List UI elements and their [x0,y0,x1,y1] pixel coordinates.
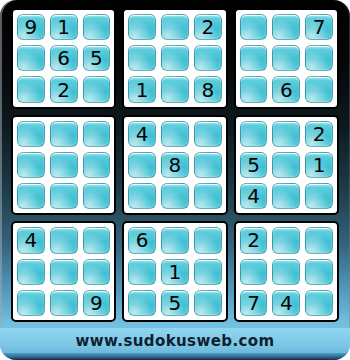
cell-r2-c8[interactable] [272,45,300,71]
cell-r8-c6[interactable] [194,259,222,285]
sudoku-frame: 916522187648251449615274 www.sudokusweb.… [0,0,350,360]
cell-r7-c6[interactable] [194,227,222,253]
cell-r1-c9[interactable]: 7 [305,14,333,40]
cell-r9-c4[interactable] [128,290,156,316]
cell-r6-c5[interactable] [161,183,189,209]
cell-r2-c4[interactable] [128,45,156,71]
cell-r5-c3[interactable] [83,152,111,178]
cell-r3-c7[interactable] [240,76,268,102]
cell-r8-c1[interactable] [17,259,45,285]
cell-r3-c5[interactable] [161,76,189,102]
cell-r6-c3[interactable] [83,183,111,209]
cell-r4-c2[interactable] [50,121,78,147]
cell-r1-c4[interactable] [128,14,156,40]
cell-r6-c7[interactable]: 4 [240,183,268,209]
cell-r8-c9[interactable] [305,259,333,285]
cell-r4-c3[interactable] [83,121,111,147]
cell-r8-c5[interactable]: 1 [161,259,189,285]
cell-r2-c9[interactable] [305,45,333,71]
box-2-1 [11,115,116,216]
cell-r8-c4[interactable] [128,259,156,285]
box-3-1: 49 [11,221,116,322]
cell-r8-c2[interactable] [50,259,78,285]
cell-r6-c9[interactable] [305,183,333,209]
cell-r9-c5[interactable]: 5 [161,290,189,316]
cell-r1-c8[interactable] [272,14,300,40]
cell-r3-c4[interactable]: 1 [128,76,156,102]
cell-r5-c4[interactable] [128,152,156,178]
box-3-3: 274 [234,221,339,322]
cell-r9-c3[interactable]: 9 [83,290,111,316]
cell-r4-c4[interactable]: 4 [128,121,156,147]
cell-r9-c7[interactable]: 7 [240,290,268,316]
cell-r7-c4[interactable]: 6 [128,227,156,253]
cell-r5-c9[interactable]: 1 [305,152,333,178]
cell-r6-c2[interactable] [50,183,78,209]
cell-r3-c3[interactable] [83,76,111,102]
cell-r9-c2[interactable] [50,290,78,316]
cell-r2-c6[interactable] [194,45,222,71]
box-1-2: 218 [122,8,227,109]
footer-bar: www.sudokusweb.com [0,328,350,353]
cell-r1-c5[interactable] [161,14,189,40]
cell-r9-c1[interactable] [17,290,45,316]
frame-bottom-lip [0,353,350,360]
cell-r2-c1[interactable] [17,45,45,71]
cell-r9-c6[interactable] [194,290,222,316]
cell-r1-c7[interactable] [240,14,268,40]
box-2-2: 48 [122,115,227,216]
cell-r5-c6[interactable] [194,152,222,178]
cell-r6-c6[interactable] [194,183,222,209]
cell-r8-c3[interactable] [83,259,111,285]
cell-r5-c8[interactable] [272,152,300,178]
cell-r4-c5[interactable] [161,121,189,147]
cell-r6-c4[interactable] [128,183,156,209]
cell-r1-c3[interactable] [83,14,111,40]
cell-r4-c7[interactable] [240,121,268,147]
cell-r7-c9[interactable] [305,227,333,253]
cell-r3-c1[interactable] [17,76,45,102]
cell-r4-c8[interactable] [272,121,300,147]
cell-r7-c1[interactable]: 4 [17,227,45,253]
box-1-3: 76 [234,8,339,109]
cell-r3-c8[interactable]: 6 [272,76,300,102]
cell-r7-c3[interactable] [83,227,111,253]
cell-r9-c9[interactable] [305,290,333,316]
cell-r8-c8[interactable] [272,259,300,285]
box-2-3: 2514 [234,115,339,216]
cell-r4-c9[interactable]: 2 [305,121,333,147]
cell-r1-c6[interactable]: 2 [194,14,222,40]
cell-r2-c2[interactable]: 6 [50,45,78,71]
cell-r3-c6[interactable]: 8 [194,76,222,102]
cell-r5-c2[interactable] [50,152,78,178]
cell-r1-c2[interactable]: 1 [50,14,78,40]
box-3-2: 615 [122,221,227,322]
cell-r6-c8[interactable] [272,183,300,209]
cell-r6-c1[interactable] [17,183,45,209]
cell-r1-c1[interactable]: 9 [17,14,45,40]
sudoku-board: 916522187648251449615274 [0,0,350,328]
cell-r3-c2[interactable]: 2 [50,76,78,102]
cell-r2-c5[interactable] [161,45,189,71]
cell-r7-c5[interactable] [161,227,189,253]
cell-r4-c6[interactable] [194,121,222,147]
cell-r5-c5[interactable]: 8 [161,152,189,178]
site-url[interactable]: www.sudokusweb.com [75,332,274,350]
cell-r5-c1[interactable] [17,152,45,178]
cell-r3-c9[interactable] [305,76,333,102]
cell-r9-c8[interactable]: 4 [272,290,300,316]
cell-r8-c7[interactable] [240,259,268,285]
cell-r4-c1[interactable] [17,121,45,147]
cell-r2-c7[interactable] [240,45,268,71]
cell-r5-c7[interactable]: 5 [240,152,268,178]
cell-r7-c8[interactable] [272,227,300,253]
cell-r2-c3[interactable]: 5 [83,45,111,71]
box-1-1: 91652 [11,8,116,109]
cell-r7-c2[interactable] [50,227,78,253]
cell-r7-c7[interactable]: 2 [240,227,268,253]
